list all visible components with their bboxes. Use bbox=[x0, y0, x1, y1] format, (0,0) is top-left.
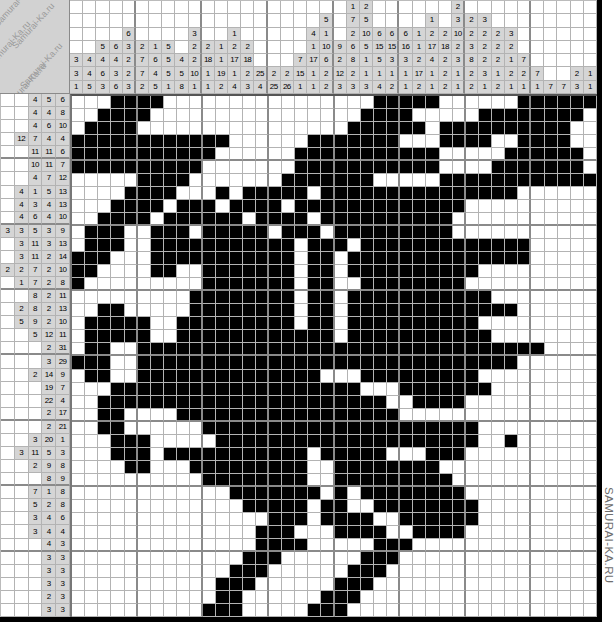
grid-cell[interactable] bbox=[151, 161, 164, 174]
grid-cell[interactable] bbox=[282, 330, 295, 343]
grid-cell[interactable] bbox=[295, 317, 308, 330]
grid-cell[interactable] bbox=[518, 396, 531, 409]
grid-cell[interactable] bbox=[321, 200, 334, 213]
grid-cell[interactable] bbox=[545, 187, 558, 200]
grid-cell[interactable] bbox=[203, 135, 216, 148]
grid-cell[interactable] bbox=[177, 539, 190, 552]
grid-cell[interactable] bbox=[151, 396, 164, 409]
grid-cell[interactable] bbox=[426, 565, 439, 578]
grid-cell[interactable] bbox=[111, 356, 124, 369]
grid-cell[interactable] bbox=[190, 448, 203, 461]
grid-cell[interactable] bbox=[387, 174, 400, 187]
grid-cell[interactable] bbox=[72, 539, 85, 552]
grid-cell[interactable] bbox=[85, 526, 98, 539]
grid-cell[interactable] bbox=[492, 252, 505, 265]
grid-cell[interactable] bbox=[479, 135, 492, 148]
grid-cell[interactable] bbox=[571, 187, 584, 200]
grid-cell[interactable] bbox=[479, 278, 492, 291]
grid-cell[interactable] bbox=[545, 448, 558, 461]
grid-cell[interactable] bbox=[230, 526, 243, 539]
grid-cell[interactable] bbox=[177, 396, 190, 409]
grid-cell[interactable] bbox=[571, 304, 584, 317]
grid-cell[interactable] bbox=[295, 422, 308, 435]
grid-cell[interactable] bbox=[518, 422, 531, 435]
grid-cell[interactable] bbox=[321, 187, 334, 200]
grid-cell[interactable] bbox=[492, 265, 505, 278]
grid-cell[interactable] bbox=[85, 396, 98, 409]
grid-cell[interactable] bbox=[243, 96, 256, 109]
grid-cell[interactable] bbox=[531, 148, 544, 161]
grid-cell[interactable] bbox=[177, 122, 190, 135]
grid-cell[interactable] bbox=[85, 122, 98, 135]
grid-cell[interactable] bbox=[558, 578, 571, 591]
grid-cell[interactable] bbox=[190, 213, 203, 226]
grid-cell[interactable] bbox=[151, 422, 164, 435]
grid-cell[interactable] bbox=[72, 356, 85, 369]
grid-cell[interactable] bbox=[269, 135, 282, 148]
grid-cell[interactable] bbox=[518, 383, 531, 396]
grid-cell[interactable] bbox=[426, 304, 439, 317]
grid-cell[interactable] bbox=[545, 174, 558, 187]
grid-cell[interactable] bbox=[466, 526, 479, 539]
grid-cell[interactable] bbox=[230, 461, 243, 474]
grid-cell[interactable] bbox=[230, 552, 243, 565]
grid-cell[interactable] bbox=[400, 356, 413, 369]
grid-cell[interactable] bbox=[256, 578, 269, 591]
grid-cell[interactable] bbox=[335, 304, 348, 317]
grid-cell[interactable] bbox=[335, 500, 348, 513]
grid-cell[interactable] bbox=[440, 291, 453, 304]
grid-cell[interactable] bbox=[400, 409, 413, 422]
grid-cell[interactable] bbox=[256, 591, 269, 604]
grid-cell[interactable] bbox=[558, 278, 571, 291]
grid-cell[interactable] bbox=[440, 487, 453, 500]
grid-cell[interactable] bbox=[518, 122, 531, 135]
grid-cell[interactable] bbox=[374, 96, 387, 109]
grid-cell[interactable] bbox=[571, 461, 584, 474]
grid-cell[interactable] bbox=[492, 343, 505, 356]
grid-cell[interactable] bbox=[216, 500, 229, 513]
grid-cell[interactable] bbox=[571, 265, 584, 278]
grid-cell[interactable] bbox=[72, 435, 85, 448]
grid-cell[interactable] bbox=[545, 278, 558, 291]
grid-cell[interactable] bbox=[177, 565, 190, 578]
grid-cell[interactable] bbox=[518, 474, 531, 487]
grid-cell[interactable] bbox=[361, 304, 374, 317]
grid-cell[interactable] bbox=[230, 409, 243, 422]
grid-cell[interactable] bbox=[479, 539, 492, 552]
grid-cell[interactable] bbox=[374, 265, 387, 278]
grid-cell[interactable] bbox=[243, 383, 256, 396]
grid-cell[interactable] bbox=[125, 526, 138, 539]
grid-cell[interactable] bbox=[321, 461, 334, 474]
grid-cell[interactable] bbox=[85, 187, 98, 200]
grid-cell[interactable] bbox=[545, 435, 558, 448]
grid-cell[interactable] bbox=[466, 174, 479, 187]
grid-cell[interactable] bbox=[440, 474, 453, 487]
grid-cell[interactable] bbox=[453, 383, 466, 396]
grid-cell[interactable] bbox=[164, 239, 177, 252]
grid-cell[interactable] bbox=[426, 552, 439, 565]
grid-cell[interactable] bbox=[269, 96, 282, 109]
grid-cell[interactable] bbox=[558, 409, 571, 422]
grid-cell[interactable] bbox=[98, 174, 111, 187]
grid-cell[interactable] bbox=[243, 343, 256, 356]
grid-cell[interactable] bbox=[335, 239, 348, 252]
grid-cell[interactable] bbox=[243, 396, 256, 409]
grid-cell[interactable] bbox=[400, 174, 413, 187]
grid-cell[interactable] bbox=[177, 148, 190, 161]
grid-cell[interactable] bbox=[361, 396, 374, 409]
grid-cell[interactable] bbox=[85, 148, 98, 161]
grid-cell[interactable] bbox=[256, 513, 269, 526]
grid-cell[interactable] bbox=[492, 552, 505, 565]
grid-cell[interactable] bbox=[243, 317, 256, 330]
grid-cell[interactable] bbox=[479, 552, 492, 565]
grid-cell[interactable] bbox=[453, 356, 466, 369]
grid-cell[interactable] bbox=[138, 500, 151, 513]
grid-cell[interactable] bbox=[584, 578, 597, 591]
grid-cell[interactable] bbox=[321, 304, 334, 317]
grid-cell[interactable] bbox=[584, 500, 597, 513]
grid-cell[interactable] bbox=[413, 291, 426, 304]
grid-cell[interactable] bbox=[413, 317, 426, 330]
grid-cell[interactable] bbox=[466, 304, 479, 317]
grid-cell[interactable] bbox=[400, 96, 413, 109]
grid-cell[interactable] bbox=[545, 161, 558, 174]
grid-cell[interactable] bbox=[479, 291, 492, 304]
grid-cell[interactable] bbox=[413, 370, 426, 383]
grid-cell[interactable] bbox=[571, 604, 584, 617]
grid-cell[interactable] bbox=[400, 343, 413, 356]
grid-cell[interactable] bbox=[466, 565, 479, 578]
grid-cell[interactable] bbox=[269, 474, 282, 487]
grid-cell[interactable] bbox=[216, 135, 229, 148]
grid-cell[interactable] bbox=[308, 239, 321, 252]
grid-cell[interactable] bbox=[295, 383, 308, 396]
grid-cell[interactable] bbox=[335, 435, 348, 448]
grid-cell[interactable] bbox=[374, 461, 387, 474]
grid-cell[interactable] bbox=[584, 565, 597, 578]
grid-cell[interactable] bbox=[85, 304, 98, 317]
grid-cell[interactable] bbox=[85, 265, 98, 278]
grid-cell[interactable] bbox=[453, 96, 466, 109]
grid-cell[interactable] bbox=[98, 239, 111, 252]
grid-cell[interactable] bbox=[505, 226, 518, 239]
grid-cell[interactable] bbox=[492, 239, 505, 252]
grid-cell[interactable] bbox=[111, 187, 124, 200]
grid-cell[interactable] bbox=[413, 591, 426, 604]
grid-cell[interactable] bbox=[308, 356, 321, 369]
grid-cell[interactable] bbox=[518, 187, 531, 200]
grid-cell[interactable] bbox=[584, 487, 597, 500]
grid-cell[interactable] bbox=[558, 174, 571, 187]
grid-cell[interactable] bbox=[335, 278, 348, 291]
grid-cell[interactable] bbox=[138, 304, 151, 317]
grid-cell[interactable] bbox=[125, 200, 138, 213]
grid-cell[interactable] bbox=[72, 578, 85, 591]
grid-cell[interactable] bbox=[295, 409, 308, 422]
grid-cell[interactable] bbox=[203, 383, 216, 396]
grid-cell[interactable] bbox=[400, 435, 413, 448]
grid-cell[interactable] bbox=[72, 487, 85, 500]
grid-cell[interactable] bbox=[545, 330, 558, 343]
grid-cell[interactable] bbox=[177, 291, 190, 304]
grid-cell[interactable] bbox=[190, 200, 203, 213]
grid-cell[interactable] bbox=[85, 591, 98, 604]
grid-cell[interactable] bbox=[348, 239, 361, 252]
grid-cell[interactable] bbox=[282, 96, 295, 109]
grid-cell[interactable] bbox=[492, 96, 505, 109]
grid-cell[interactable] bbox=[571, 343, 584, 356]
grid-cell[interactable] bbox=[505, 291, 518, 304]
grid-cell[interactable] bbox=[492, 578, 505, 591]
grid-cell[interactable] bbox=[203, 200, 216, 213]
grid-cell[interactable] bbox=[203, 370, 216, 383]
grid-cell[interactable] bbox=[492, 604, 505, 617]
grid-cell[interactable] bbox=[518, 304, 531, 317]
grid-cell[interactable] bbox=[111, 330, 124, 343]
grid-cell[interactable] bbox=[545, 200, 558, 213]
grid-cell[interactable] bbox=[545, 578, 558, 591]
grid-cell[interactable] bbox=[230, 304, 243, 317]
grid-cell[interactable] bbox=[413, 461, 426, 474]
grid-cell[interactable] bbox=[138, 370, 151, 383]
grid-cell[interactable] bbox=[505, 213, 518, 226]
grid-cell[interactable] bbox=[335, 461, 348, 474]
grid-cell[interactable] bbox=[321, 252, 334, 265]
grid-cell[interactable] bbox=[531, 135, 544, 148]
grid-cell[interactable] bbox=[125, 278, 138, 291]
grid-cell[interactable] bbox=[295, 435, 308, 448]
grid-cell[interactable] bbox=[518, 526, 531, 539]
grid-cell[interactable] bbox=[335, 356, 348, 369]
grid-cell[interactable] bbox=[466, 135, 479, 148]
grid-cell[interactable] bbox=[85, 565, 98, 578]
grid-cell[interactable] bbox=[72, 291, 85, 304]
grid-cell[interactable] bbox=[400, 239, 413, 252]
grid-cell[interactable] bbox=[571, 122, 584, 135]
grid-cell[interactable] bbox=[545, 487, 558, 500]
grid-cell[interactable] bbox=[243, 278, 256, 291]
grid-cell[interactable] bbox=[479, 383, 492, 396]
grid-cell[interactable] bbox=[426, 500, 439, 513]
grid-cell[interactable] bbox=[453, 278, 466, 291]
grid-cell[interactable] bbox=[85, 578, 98, 591]
grid-cell[interactable] bbox=[269, 448, 282, 461]
grid-cell[interactable] bbox=[426, 396, 439, 409]
grid-cell[interactable] bbox=[479, 370, 492, 383]
grid-cell[interactable] bbox=[164, 161, 177, 174]
grid-cell[interactable] bbox=[111, 513, 124, 526]
grid-cell[interactable] bbox=[85, 174, 98, 187]
grid-cell[interactable] bbox=[531, 239, 544, 252]
grid-cell[interactable] bbox=[190, 383, 203, 396]
grid-cell[interactable] bbox=[138, 565, 151, 578]
grid-cell[interactable] bbox=[72, 200, 85, 213]
grid-cell[interactable] bbox=[413, 565, 426, 578]
grid-cell[interactable] bbox=[531, 591, 544, 604]
grid-cell[interactable] bbox=[72, 461, 85, 474]
grid-cell[interactable] bbox=[361, 474, 374, 487]
grid-cell[interactable] bbox=[387, 226, 400, 239]
grid-cell[interactable] bbox=[256, 487, 269, 500]
grid-cell[interactable] bbox=[164, 461, 177, 474]
grid-cell[interactable] bbox=[282, 487, 295, 500]
grid-cell[interactable] bbox=[151, 474, 164, 487]
grid-cell[interactable] bbox=[72, 265, 85, 278]
grid-cell[interactable] bbox=[531, 122, 544, 135]
grid-cell[interactable] bbox=[111, 161, 124, 174]
grid-cell[interactable] bbox=[230, 200, 243, 213]
grid-cell[interactable] bbox=[216, 565, 229, 578]
grid-cell[interactable] bbox=[558, 122, 571, 135]
grid-cell[interactable] bbox=[545, 291, 558, 304]
grid-cell[interactable] bbox=[387, 200, 400, 213]
grid-cell[interactable] bbox=[466, 591, 479, 604]
grid-cell[interactable] bbox=[295, 291, 308, 304]
grid-cell[interactable] bbox=[440, 370, 453, 383]
grid-cell[interactable] bbox=[492, 122, 505, 135]
grid-cell[interactable] bbox=[138, 122, 151, 135]
grid-cell[interactable] bbox=[453, 435, 466, 448]
grid-cell[interactable] bbox=[558, 213, 571, 226]
grid-cell[interactable] bbox=[387, 317, 400, 330]
grid-cell[interactable] bbox=[387, 356, 400, 369]
grid-cell[interactable] bbox=[545, 109, 558, 122]
grid-cell[interactable] bbox=[164, 500, 177, 513]
grid-cell[interactable] bbox=[558, 291, 571, 304]
grid-cell[interactable] bbox=[584, 370, 597, 383]
grid-cell[interactable] bbox=[545, 96, 558, 109]
grid-cell[interactable] bbox=[230, 161, 243, 174]
grid-cell[interactable] bbox=[361, 330, 374, 343]
grid-cell[interactable] bbox=[190, 148, 203, 161]
grid-cell[interactable] bbox=[177, 578, 190, 591]
grid-cell[interactable] bbox=[361, 278, 374, 291]
grid-cell[interactable] bbox=[545, 383, 558, 396]
grid-cell[interactable] bbox=[98, 135, 111, 148]
grid-cell[interactable] bbox=[518, 461, 531, 474]
grid-cell[interactable] bbox=[387, 487, 400, 500]
grid-cell[interactable] bbox=[348, 187, 361, 200]
grid-cell[interactable] bbox=[243, 135, 256, 148]
grid-cell[interactable] bbox=[190, 396, 203, 409]
grid-cell[interactable] bbox=[164, 552, 177, 565]
grid-cell[interactable] bbox=[440, 604, 453, 617]
grid-cell[interactable] bbox=[269, 487, 282, 500]
grid-cell[interactable] bbox=[295, 226, 308, 239]
grid-cell[interactable] bbox=[85, 474, 98, 487]
grid-cell[interactable] bbox=[531, 500, 544, 513]
grid-cell[interactable] bbox=[453, 448, 466, 461]
grid-cell[interactable] bbox=[190, 265, 203, 278]
grid-cell[interactable] bbox=[256, 161, 269, 174]
grid-cell[interactable] bbox=[243, 461, 256, 474]
grid-cell[interactable] bbox=[426, 474, 439, 487]
grid-cell[interactable] bbox=[479, 591, 492, 604]
grid-cell[interactable] bbox=[190, 370, 203, 383]
grid-cell[interactable] bbox=[269, 291, 282, 304]
grid-cell[interactable] bbox=[584, 356, 597, 369]
grid-cell[interactable] bbox=[374, 148, 387, 161]
grid-cell[interactable] bbox=[335, 343, 348, 356]
grid-cell[interactable] bbox=[571, 174, 584, 187]
grid-cell[interactable] bbox=[243, 448, 256, 461]
grid-cell[interactable] bbox=[125, 370, 138, 383]
grid-cell[interactable] bbox=[190, 552, 203, 565]
grid-cell[interactable] bbox=[164, 356, 177, 369]
grid-cell[interactable] bbox=[361, 591, 374, 604]
grid-cell[interactable] bbox=[85, 161, 98, 174]
grid-cell[interactable] bbox=[505, 578, 518, 591]
grid-cell[interactable] bbox=[335, 174, 348, 187]
grid-cell[interactable] bbox=[374, 383, 387, 396]
grid-cell[interactable] bbox=[138, 291, 151, 304]
grid-cell[interactable] bbox=[308, 448, 321, 461]
grid-cell[interactable] bbox=[387, 109, 400, 122]
grid-cell[interactable] bbox=[308, 343, 321, 356]
grid-cell[interactable] bbox=[545, 213, 558, 226]
grid-cell[interactable] bbox=[361, 109, 374, 122]
grid-cell[interactable] bbox=[440, 265, 453, 278]
grid-cell[interactable] bbox=[335, 370, 348, 383]
grid-cell[interactable] bbox=[308, 135, 321, 148]
grid-cell[interactable] bbox=[453, 552, 466, 565]
grid-cell[interactable] bbox=[98, 291, 111, 304]
grid-cell[interactable] bbox=[85, 96, 98, 109]
grid-cell[interactable] bbox=[374, 122, 387, 135]
grid-cell[interactable] bbox=[335, 474, 348, 487]
grid-cell[interactable] bbox=[203, 435, 216, 448]
grid-cell[interactable] bbox=[321, 278, 334, 291]
grid-cell[interactable] bbox=[190, 461, 203, 474]
grid-cell[interactable] bbox=[164, 213, 177, 226]
grid-cell[interactable] bbox=[426, 578, 439, 591]
grid-cell[interactable] bbox=[308, 291, 321, 304]
grid-cell[interactable] bbox=[387, 187, 400, 200]
grid-cell[interactable] bbox=[466, 109, 479, 122]
grid-cell[interactable] bbox=[190, 330, 203, 343]
grid-cell[interactable] bbox=[413, 409, 426, 422]
grid-cell[interactable] bbox=[203, 96, 216, 109]
grid-cell[interactable] bbox=[282, 461, 295, 474]
grid-cell[interactable] bbox=[571, 161, 584, 174]
grid-cell[interactable] bbox=[216, 161, 229, 174]
grid-cell[interactable] bbox=[151, 278, 164, 291]
grid-cell[interactable] bbox=[138, 591, 151, 604]
grid-cell[interactable] bbox=[400, 539, 413, 552]
grid-cell[interactable] bbox=[361, 226, 374, 239]
grid-cell[interactable] bbox=[505, 356, 518, 369]
grid-cell[interactable] bbox=[400, 565, 413, 578]
grid-cell[interactable] bbox=[138, 96, 151, 109]
grid-cell[interactable] bbox=[558, 513, 571, 526]
grid-cell[interactable] bbox=[125, 409, 138, 422]
grid-cell[interactable] bbox=[151, 487, 164, 500]
grid-cell[interactable] bbox=[466, 356, 479, 369]
grid-cell[interactable] bbox=[190, 291, 203, 304]
grid-cell[interactable] bbox=[545, 226, 558, 239]
grid-cell[interactable] bbox=[203, 487, 216, 500]
grid-cell[interactable] bbox=[413, 422, 426, 435]
grid-cell[interactable] bbox=[269, 396, 282, 409]
grid-cell[interactable] bbox=[387, 213, 400, 226]
grid-cell[interactable] bbox=[387, 435, 400, 448]
grid-cell[interactable] bbox=[164, 304, 177, 317]
grid-cell[interactable] bbox=[492, 565, 505, 578]
grid-cell[interactable] bbox=[505, 409, 518, 422]
